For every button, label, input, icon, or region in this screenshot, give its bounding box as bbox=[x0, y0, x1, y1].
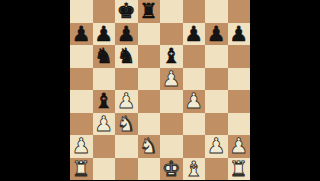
square-a4[interactable] bbox=[70, 90, 93, 113]
square-b8[interactable] bbox=[93, 0, 116, 23]
square-h4[interactable] bbox=[228, 90, 251, 113]
square-d4[interactable] bbox=[138, 90, 161, 113]
piece-black-pawn: ♟ bbox=[229, 23, 248, 45]
square-f6[interactable] bbox=[183, 45, 206, 68]
piece-black-pawn: ♟ bbox=[117, 23, 136, 45]
square-c4[interactable]: ♟ bbox=[115, 90, 138, 113]
square-f2[interactable] bbox=[183, 135, 206, 158]
square-f8[interactable] bbox=[183, 0, 206, 23]
square-d8[interactable]: ♜ bbox=[138, 0, 161, 23]
square-b7[interactable]: ♟ bbox=[93, 23, 116, 46]
square-a8[interactable] bbox=[70, 0, 93, 23]
square-e5[interactable]: ♟ bbox=[160, 68, 183, 91]
square-g2[interactable]: ♟ bbox=[205, 135, 228, 158]
square-a1[interactable]: ♜ bbox=[70, 158, 93, 181]
square-b5[interactable] bbox=[93, 68, 116, 91]
piece-white-rook: ♜ bbox=[229, 158, 248, 180]
square-e4[interactable] bbox=[160, 90, 183, 113]
square-a6[interactable] bbox=[70, 45, 93, 68]
square-d1[interactable] bbox=[138, 158, 161, 181]
square-a5[interactable] bbox=[70, 68, 93, 91]
square-h6[interactable] bbox=[228, 45, 251, 68]
square-d6[interactable] bbox=[138, 45, 161, 68]
square-e6[interactable]: ♝ bbox=[160, 45, 183, 68]
square-e8[interactable] bbox=[160, 0, 183, 23]
square-e3[interactable] bbox=[160, 113, 183, 136]
piece-black-king: ♚ bbox=[117, 0, 136, 22]
square-c5[interactable] bbox=[115, 68, 138, 91]
piece-white-rook: ♜ bbox=[72, 158, 91, 180]
square-f3[interactable] bbox=[183, 113, 206, 136]
piece-black-bishop: ♝ bbox=[94, 90, 113, 112]
piece-white-pawn: ♟ bbox=[184, 90, 203, 112]
square-c3[interactable]: ♞ bbox=[115, 113, 138, 136]
square-g4[interactable] bbox=[205, 90, 228, 113]
piece-white-knight: ♞ bbox=[139, 135, 158, 157]
square-g1[interactable] bbox=[205, 158, 228, 181]
letterbox-right bbox=[250, 0, 320, 180]
square-c7[interactable]: ♟ bbox=[115, 23, 138, 46]
square-b3[interactable]: ♟ bbox=[93, 113, 116, 136]
square-g5[interactable] bbox=[205, 68, 228, 91]
square-f1[interactable]: ♝ bbox=[183, 158, 206, 181]
piece-black-pawn: ♟ bbox=[94, 23, 113, 45]
square-e7[interactable] bbox=[160, 23, 183, 46]
square-h5[interactable] bbox=[228, 68, 251, 91]
square-c1[interactable] bbox=[115, 158, 138, 181]
piece-white-pawn: ♟ bbox=[72, 135, 91, 157]
square-d2[interactable]: ♞ bbox=[138, 135, 161, 158]
square-f5[interactable] bbox=[183, 68, 206, 91]
square-g8[interactable] bbox=[205, 0, 228, 23]
square-e1[interactable]: ♚ bbox=[160, 158, 183, 181]
square-h7[interactable]: ♟ bbox=[228, 23, 251, 46]
piece-black-knight: ♞ bbox=[94, 45, 113, 67]
screenshot-root: ♚♜♟♟♟♟♟♟♞♞♝♟♝♟♟♟♞♟♞♟♟♜♚♝♜ bbox=[0, 0, 320, 180]
square-a7[interactable]: ♟ bbox=[70, 23, 93, 46]
square-c6[interactable]: ♞ bbox=[115, 45, 138, 68]
piece-black-pawn: ♟ bbox=[184, 23, 203, 45]
piece-white-pawn: ♟ bbox=[207, 135, 226, 157]
piece-white-pawn: ♟ bbox=[94, 113, 113, 135]
piece-white-pawn: ♟ bbox=[117, 90, 136, 112]
square-a2[interactable]: ♟ bbox=[70, 135, 93, 158]
square-f7[interactable]: ♟ bbox=[183, 23, 206, 46]
square-d5[interactable] bbox=[138, 68, 161, 91]
chess-board: ♚♜♟♟♟♟♟♟♞♞♝♟♝♟♟♟♞♟♞♟♟♜♚♝♜ bbox=[70, 0, 250, 180]
piece-black-pawn: ♟ bbox=[207, 23, 226, 45]
piece-white-bishop: ♝ bbox=[184, 158, 203, 180]
square-g3[interactable] bbox=[205, 113, 228, 136]
square-h8[interactable] bbox=[228, 0, 251, 23]
piece-black-pawn: ♟ bbox=[72, 23, 91, 45]
square-e2[interactable] bbox=[160, 135, 183, 158]
piece-black-rook: ♜ bbox=[139, 0, 158, 22]
square-c8[interactable]: ♚ bbox=[115, 0, 138, 23]
piece-black-bishop: ♝ bbox=[162, 45, 181, 67]
piece-white-pawn: ♟ bbox=[162, 68, 181, 90]
square-a3[interactable] bbox=[70, 113, 93, 136]
square-f4[interactable]: ♟ bbox=[183, 90, 206, 113]
square-b4[interactable]: ♝ bbox=[93, 90, 116, 113]
square-h1[interactable]: ♜ bbox=[228, 158, 251, 181]
piece-white-knight: ♞ bbox=[117, 113, 136, 135]
piece-white-pawn: ♟ bbox=[229, 135, 248, 157]
square-d3[interactable] bbox=[138, 113, 161, 136]
letterbox-left bbox=[0, 0, 70, 180]
piece-white-king: ♚ bbox=[162, 158, 181, 180]
piece-black-knight: ♞ bbox=[117, 45, 136, 67]
square-b2[interactable] bbox=[93, 135, 116, 158]
square-h2[interactable]: ♟ bbox=[228, 135, 251, 158]
square-b6[interactable]: ♞ bbox=[93, 45, 116, 68]
square-b1[interactable] bbox=[93, 158, 116, 181]
square-g7[interactable]: ♟ bbox=[205, 23, 228, 46]
square-h3[interactable] bbox=[228, 113, 251, 136]
square-g6[interactable] bbox=[205, 45, 228, 68]
square-d7[interactable] bbox=[138, 23, 161, 46]
square-c2[interactable] bbox=[115, 135, 138, 158]
